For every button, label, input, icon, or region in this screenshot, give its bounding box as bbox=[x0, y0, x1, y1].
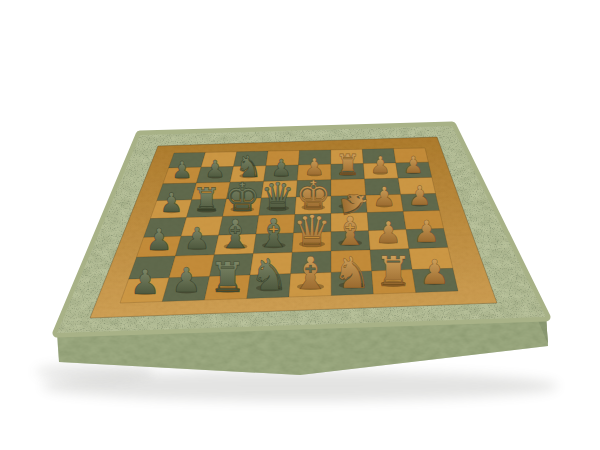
piece-glyph-pawn: ♟ bbox=[370, 151, 391, 179]
piece-glyph-pawn: ♟ bbox=[419, 252, 450, 292]
piece-white-rook-f7: ♜ bbox=[335, 148, 361, 182]
piece-glyph-rook: ♜ bbox=[375, 247, 412, 296]
piece-white-pawn-g7: ♟ bbox=[370, 151, 391, 179]
piece-glyph-pawn: ♟ bbox=[130, 262, 161, 302]
piece-glyph-pawn: ♟ bbox=[413, 214, 440, 249]
chess-set-product-photo: ♟♟♞♟♟♜♟♟♟♜♚♛♚♞♟♟♟♟♝♝♛♝♟♟♟♟♜♞♝♞♜♟ ♟♟♞♟♟♜♟… bbox=[0, 0, 600, 450]
piece-glyph-pawn: ♟ bbox=[184, 221, 211, 256]
piece-white-pawn-h3: ♟ bbox=[413, 214, 440, 249]
piece-glyph-pawn: ♟ bbox=[375, 215, 402, 250]
piece-black-pawn-a5: ♟ bbox=[159, 187, 183, 218]
piece-black-pawn-a3: ♟ bbox=[146, 222, 173, 257]
piece-glyph-pawn: ♟ bbox=[372, 181, 396, 212]
piece-glyph-pawn: ♟ bbox=[159, 187, 183, 218]
piece-white-pawn-h7: ♟ bbox=[403, 151, 424, 179]
piece-white-knight-f1: ♞ bbox=[332, 247, 371, 298]
piece-glyph-bishop: ♝ bbox=[290, 247, 330, 300]
piece-glyph-knight: ♞ bbox=[332, 247, 371, 298]
piece-white-bishop-e1: ♝ bbox=[290, 247, 330, 300]
piece-glyph-rook: ♜ bbox=[335, 148, 361, 182]
piece-black-pawn-b1: ♟ bbox=[171, 260, 202, 300]
piece-black-knight-d1: ♞ bbox=[250, 249, 289, 300]
piece-glyph-pawn: ♟ bbox=[172, 156, 193, 184]
piece-glyph-knight: ♞ bbox=[250, 249, 289, 300]
piece-glyph-pawn: ♟ bbox=[408, 180, 432, 211]
piece-white-pawn-h5: ♟ bbox=[408, 180, 432, 211]
piece-black-pawn-b3: ♟ bbox=[184, 221, 211, 256]
piece-glyph-rook: ♜ bbox=[209, 253, 246, 302]
piece-white-pawn-h1: ♟ bbox=[419, 252, 450, 292]
piece-glyph-pawn: ♟ bbox=[205, 155, 226, 183]
piece-white-rook-g1: ♜ bbox=[375, 247, 412, 296]
piece-black-bishop-c3: ♝ bbox=[218, 211, 253, 257]
piece-glyph-pawn: ♟ bbox=[171, 260, 202, 300]
piece-black-pawn-a1: ♟ bbox=[130, 262, 161, 302]
board-corner-shadow bbox=[35, 364, 155, 380]
chess-board-photo-svg: ♟♟♞♟♟♜♟♟♟♜♚♛♚♞♟♟♟♟♝♝♛♝♟♟♟♟♜♞♝♞♜♟ bbox=[0, 0, 600, 450]
piece-glyph-pawn: ♟ bbox=[146, 222, 173, 257]
piece-white-pawn-g3: ♟ bbox=[375, 215, 402, 250]
piece-black-rook-c1: ♜ bbox=[209, 253, 246, 302]
piece-glyph-bishop: ♝ bbox=[218, 211, 253, 257]
piece-glyph-pawn: ♟ bbox=[403, 151, 424, 179]
piece-white-pawn-g5: ♟ bbox=[372, 181, 396, 212]
piece-black-pawn-b7: ♟ bbox=[205, 155, 226, 183]
piece-black-pawn-a7: ♟ bbox=[172, 156, 193, 184]
